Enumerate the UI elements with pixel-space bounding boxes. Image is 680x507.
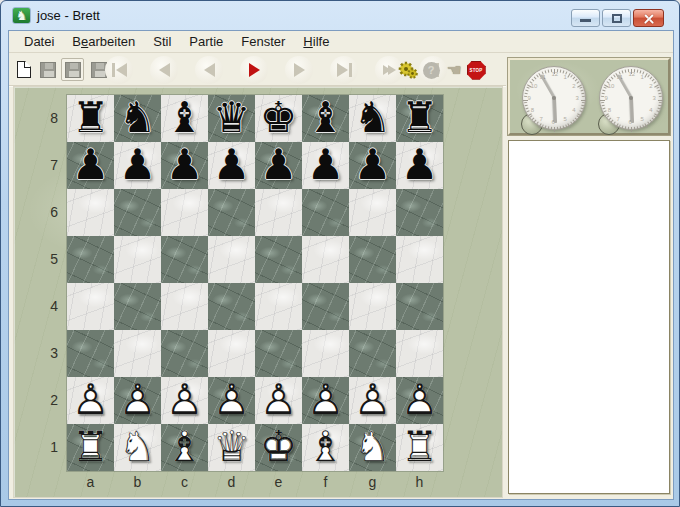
- menu-item-partie[interactable]: Partie: [180, 32, 232, 51]
- titlebar[interactable]: ♞ jose - Brett: [1, 1, 679, 31]
- piece-black-pawn: ♟: [302, 142, 349, 189]
- square-a5[interactable]: [67, 236, 114, 283]
- new-document-icon: [17, 61, 31, 78]
- menu-item-datei[interactable]: Datei: [15, 32, 63, 51]
- square-a6[interactable]: [67, 189, 114, 236]
- square-e8[interactable]: ♚: [255, 95, 302, 142]
- floppy-disk-icon: [65, 62, 81, 78]
- hour-hand: [630, 98, 634, 123]
- notation-panel[interactable]: [508, 140, 670, 494]
- square-c5[interactable]: [161, 236, 208, 283]
- square-a2[interactable]: ♟♙: [67, 377, 114, 424]
- square-a7[interactable]: ♟: [67, 142, 114, 189]
- dial-number: 3: [653, 95, 656, 101]
- file-label-g: g: [349, 471, 396, 493]
- square-a1[interactable]: ♜♖: [67, 424, 114, 471]
- file-label-e: e: [255, 471, 302, 493]
- square-g8[interactable]: ♞: [349, 95, 396, 142]
- square-f1[interactable]: ♝♗: [302, 424, 349, 471]
- black-clock-dial[interactable]: 123456789101112: [599, 66, 663, 130]
- square-c1[interactable]: ♝♗: [161, 424, 208, 471]
- square-d2[interactable]: ♟♙: [208, 377, 255, 424]
- move-now-button[interactable]: ☚: [444, 60, 464, 80]
- square-f8[interactable]: ♝: [302, 95, 349, 142]
- square-d8[interactable]: ♛: [208, 95, 255, 142]
- save-as-button[interactable]: [61, 58, 84, 81]
- piece-black-rook: ♜: [396, 95, 443, 142]
- first-move-button[interactable]: [105, 56, 133, 84]
- dial-number: 12: [552, 71, 559, 77]
- square-h8[interactable]: ♜: [396, 95, 443, 142]
- piece-black-bishop: ♝: [302, 95, 349, 142]
- square-e5[interactable]: [255, 236, 302, 283]
- minimize-icon: [580, 19, 591, 22]
- piece-black-queen: ♛: [208, 95, 255, 142]
- menu-item-stil[interactable]: Stil: [144, 32, 180, 51]
- square-b4[interactable]: [114, 283, 161, 330]
- rank-label-5: 5: [14, 236, 58, 283]
- piece-black-knight: ♞: [114, 95, 161, 142]
- square-h3[interactable]: [396, 330, 443, 377]
- hint-button[interactable]: ?: [421, 60, 441, 80]
- square-b2[interactable]: ♟♙: [114, 377, 161, 424]
- square-e2[interactable]: ♟♙: [255, 377, 302, 424]
- toolbar: ?☚STOP: [9, 53, 506, 86]
- square-b3[interactable]: [114, 330, 161, 377]
- piece-black-knight: ♞: [349, 95, 396, 142]
- square-h2[interactable]: ♟♙: [396, 377, 443, 424]
- piece-black-pawn: ♟: [114, 142, 161, 189]
- square-b5[interactable]: [114, 236, 161, 283]
- piece-black-bishop: ♝: [161, 95, 208, 142]
- maximize-icon: [612, 14, 622, 23]
- square-c3[interactable]: [161, 330, 208, 377]
- dial-number: 7: [617, 116, 620, 122]
- square-a3[interactable]: [67, 330, 114, 377]
- hour-hand: [553, 98, 557, 123]
- dial-number: 2: [572, 83, 575, 89]
- minute-hand: [540, 74, 555, 98]
- dial-number: 8: [531, 107, 534, 113]
- rank-label-3: 3: [14, 330, 58, 377]
- piece-black-pawn: ♟: [161, 142, 208, 189]
- square-c6[interactable]: [161, 189, 208, 236]
- square-c7[interactable]: ♟: [161, 142, 208, 189]
- dial-number: 5: [564, 116, 567, 122]
- square-f2[interactable]: ♟♙: [302, 377, 349, 424]
- piece-black-pawn: ♟: [349, 142, 396, 189]
- square-h7[interactable]: ♟: [396, 142, 443, 189]
- close-button[interactable]: [633, 9, 664, 27]
- piece-white-bishop: ♝♗: [302, 424, 349, 471]
- rank-label-1: 1: [14, 424, 58, 471]
- minute-hand: [617, 74, 632, 98]
- square-g2[interactable]: ♟♙: [349, 377, 396, 424]
- piece-white-pawn: ♟♙: [396, 377, 443, 424]
- app-icon: ♞: [12, 7, 31, 24]
- dial-number: 8: [608, 107, 611, 113]
- file-label-f: f: [302, 471, 349, 493]
- square-a4[interactable]: [67, 283, 114, 330]
- file-label-b: b: [114, 471, 161, 493]
- square-c8[interactable]: ♝: [161, 95, 208, 142]
- square-b8[interactable]: ♞: [114, 95, 161, 142]
- square-f4[interactable]: [302, 283, 349, 330]
- piece-white-knight: ♞♘: [114, 424, 161, 471]
- piece-black-king: ♚: [255, 95, 302, 142]
- square-d6[interactable]: [208, 189, 255, 236]
- square-h1[interactable]: ♜♖: [396, 424, 443, 471]
- square-c2[interactable]: ♟♙: [161, 377, 208, 424]
- menu-item-bearbeiten[interactable]: Bearbeiten: [63, 32, 144, 51]
- square-b7[interactable]: ♟: [114, 142, 161, 189]
- menu-item-hilfe[interactable]: Hilfe: [294, 32, 338, 51]
- piece-black-rook: ♜: [67, 95, 114, 142]
- white-clock-dial[interactable]: 123456789101112: [522, 66, 586, 130]
- file-label-c: c: [161, 471, 208, 493]
- square-h4[interactable]: [396, 283, 443, 330]
- square-e6[interactable]: [255, 189, 302, 236]
- piece-black-pawn: ♟: [255, 142, 302, 189]
- square-g6[interactable]: [349, 189, 396, 236]
- dial-number: 2: [649, 83, 652, 89]
- piece-white-rook: ♜♖: [67, 424, 114, 471]
- square-f6[interactable]: [302, 189, 349, 236]
- question-mark-icon: ?: [423, 62, 440, 79]
- chess-board: ♜♞♝♛♚♝♞♜♟♟♟♟♟♟♟♟♟♙♟♙♟♙♟♙♟♙♟♙♟♙♟♙♜♖♞♘♝♗♛♕…: [67, 95, 443, 471]
- chess-board-panel: ♜♞♝♛♚♝♞♜♟♟♟♟♟♟♟♟♟♙♟♙♟♙♟♙♟♙♟♙♟♙♟♙♜♖♞♘♝♗♛♕…: [13, 86, 503, 498]
- square-a8[interactable]: ♜: [67, 95, 114, 142]
- piece-white-bishop: ♝♗: [161, 424, 208, 471]
- piece-white-queen: ♛♕: [208, 424, 255, 471]
- square-h5[interactable]: [396, 236, 443, 283]
- maximize-button[interactable]: [602, 9, 631, 27]
- square-d3[interactable]: [208, 330, 255, 377]
- dial-number: 12: [629, 71, 636, 77]
- square-f3[interactable]: [302, 330, 349, 377]
- stop-sign-icon: STOP: [467, 61, 486, 80]
- square-e4[interactable]: [255, 283, 302, 330]
- piece-white-king: ♚♔: [255, 424, 302, 471]
- dial-number: 5: [641, 116, 644, 122]
- dial-number: 3: [576, 95, 579, 101]
- last-move-button[interactable]: [330, 56, 358, 84]
- piece-white-pawn: ♟♙: [302, 377, 349, 424]
- square-f5[interactable]: [302, 236, 349, 283]
- dial-number: 9: [605, 95, 608, 101]
- file-label-h: h: [396, 471, 443, 493]
- knight-glyph: ♞: [16, 9, 28, 22]
- piece-white-knight: ♞♘: [349, 424, 396, 471]
- piece-black-pawn: ♟: [67, 142, 114, 189]
- square-e7[interactable]: ♟: [255, 142, 302, 189]
- rank-label-7: 7: [14, 142, 58, 189]
- square-e3[interactable]: [255, 330, 302, 377]
- piece-white-pawn: ♟♙: [67, 377, 114, 424]
- window-title: jose - Brett: [37, 8, 100, 23]
- minimize-button[interactable]: [571, 9, 600, 27]
- rank-label-2: 2: [14, 377, 58, 424]
- menu-item-fenster[interactable]: Fenster: [232, 32, 294, 51]
- save-button[interactable]: [36, 58, 59, 81]
- fast-back-button[interactable]: [150, 56, 178, 84]
- stop-button[interactable]: STOP: [466, 60, 486, 80]
- square-g3[interactable]: [349, 330, 396, 377]
- dial-number: 9: [528, 95, 531, 101]
- piece-white-pawn: ♟♙: [255, 377, 302, 424]
- menu-bar: DateiBearbeitenStilPartieFensterHilfe: [9, 31, 673, 53]
- square-b1[interactable]: ♞♘: [114, 424, 161, 471]
- step-forward-button[interactable]: [285, 56, 313, 84]
- piece-white-pawn: ♟♙: [349, 377, 396, 424]
- floppy-disk-icon: [40, 62, 56, 78]
- square-g5[interactable]: [349, 236, 396, 283]
- client-area: DateiBearbeitenStilPartieFensterHilfe ?☚…: [9, 31, 673, 499]
- step-back-button[interactable]: [195, 56, 223, 84]
- app-window: ♞ jose - Brett DateiBearbeitenStilPartie…: [0, 0, 680, 507]
- dial-number: 10: [531, 83, 538, 89]
- piece-black-pawn: ♟: [208, 142, 255, 189]
- piece-white-pawn: ♟♙: [114, 377, 161, 424]
- square-g7[interactable]: ♟: [349, 142, 396, 189]
- gears-icon: [398, 60, 418, 80]
- dial-number: 1: [564, 74, 567, 80]
- square-c4[interactable]: [161, 283, 208, 330]
- piece-white-pawn: ♟♙: [161, 377, 208, 424]
- dial-number: 1: [641, 74, 644, 80]
- play-button[interactable]: [240, 56, 268, 84]
- dial-number: 4: [572, 107, 575, 113]
- piece-white-rook: ♜♖: [396, 424, 443, 471]
- hand-icon: ☚: [446, 60, 461, 80]
- square-d7[interactable]: ♟: [208, 142, 255, 189]
- dial-number: 10: [608, 83, 615, 89]
- file-label-d: d: [208, 471, 255, 493]
- square-g4[interactable]: [349, 283, 396, 330]
- square-d5[interactable]: [208, 236, 255, 283]
- engine-analyze-button[interactable]: [398, 60, 418, 80]
- square-f7[interactable]: ♟: [302, 142, 349, 189]
- chess-clock-panel: 123456789101112 123456789101112: [508, 58, 670, 135]
- rank-label-4: 4: [14, 283, 58, 330]
- dial-number: 7: [540, 116, 543, 122]
- square-h6[interactable]: [396, 189, 443, 236]
- file-label-a: a: [67, 471, 114, 493]
- rank-label-8: 8: [14, 95, 58, 142]
- rank-label-6: 6: [14, 189, 58, 236]
- square-b6[interactable]: [114, 189, 161, 236]
- square-g1[interactable]: ♞♘: [349, 424, 396, 471]
- new-game-button[interactable]: [12, 58, 35, 81]
- square-d4[interactable]: [208, 283, 255, 330]
- square-d1[interactable]: ♛♕: [208, 424, 255, 471]
- dial-number: 4: [649, 107, 652, 113]
- square-e1[interactable]: ♚♔: [255, 424, 302, 471]
- piece-white-pawn: ♟♙: [208, 377, 255, 424]
- piece-black-pawn: ♟: [396, 142, 443, 189]
